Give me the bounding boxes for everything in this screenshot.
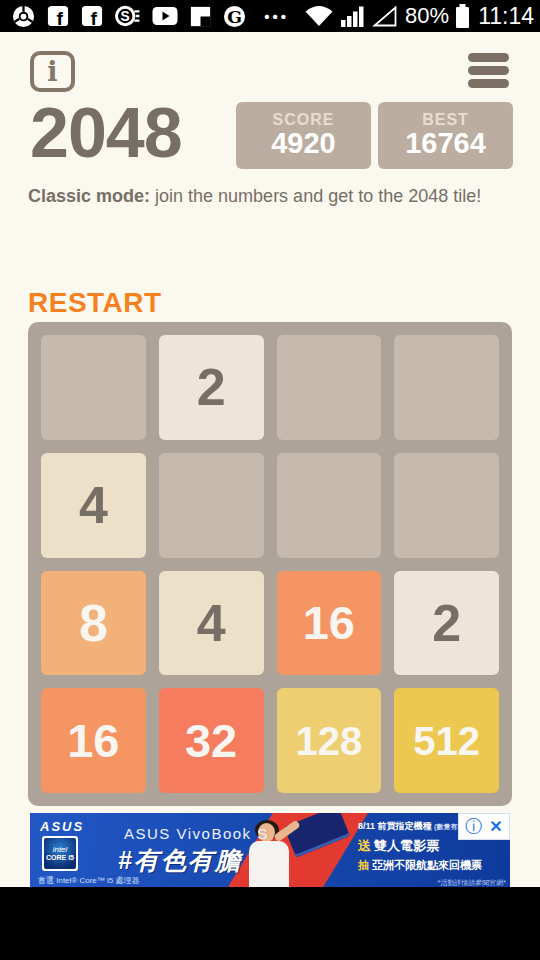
tile-512: 512 <box>394 688 499 793</box>
intel-badge-top: intel <box>53 846 68 854</box>
ad-person-image <box>249 841 289 887</box>
tile-2: 2 <box>394 571 499 676</box>
ad-promo-line3-tag: 抽 <box>358 859 369 871</box>
info-icon: i <box>47 58 57 85</box>
adchoices-info-icon[interactable]: ⓘ <box>465 818 482 835</box>
status-bar: f f S G ••• <box>0 0 540 32</box>
youtube-icon <box>152 6 178 26</box>
hamburger-icon <box>468 53 509 62</box>
hamburger-icon <box>468 66 509 75</box>
ad-promo-line3: 亞洲不限航點來回機票 <box>372 859 482 871</box>
ad-hashtag: #有色有膽 <box>118 844 242 877</box>
ad-disclaimer: *活動詳情請參閱官網* <box>358 878 506 887</box>
best-label: BEST <box>422 111 469 129</box>
intel-badge: intel CORE i5 <box>42 836 78 871</box>
android-nav-bar <box>0 887 540 960</box>
mode-name: Classic mode: <box>28 186 150 206</box>
empty-cell <box>41 335 146 440</box>
hamburger-icon <box>468 79 509 88</box>
restart-button[interactable]: RESTART <box>28 287 162 319</box>
menu-button[interactable] <box>468 53 509 88</box>
score-label: SCORE <box>273 111 335 129</box>
tile-128: 128 <box>277 688 382 793</box>
tile-4: 4 <box>159 571 264 676</box>
intel-badge-bottom: CORE i5 <box>46 854 74 861</box>
best-value: 16764 <box>405 128 486 160</box>
flipboard-icon <box>190 6 211 27</box>
tile-8: 8 <box>41 571 146 676</box>
mode-description: Classic mode: join the numbers and get t… <box>28 186 481 207</box>
clock: 11:14 <box>478 3 534 30</box>
facebook-icon: f <box>81 5 103 27</box>
empty-cell <box>394 453 499 558</box>
tile-32: 32 <box>159 688 264 793</box>
battery-percent: 80% <box>405 3 449 29</box>
ad-promo-line2-tag: 送 <box>358 838 371 853</box>
screen: f f S G ••• <box>0 0 540 960</box>
chrome-icon <box>12 5 35 28</box>
guardian-icon: G <box>223 5 246 28</box>
ad-promo-line2: 雙人電影票 <box>374 838 439 853</box>
no-signal-triangle-icon <box>372 5 398 27</box>
game-board[interactable]: 24841621632128512 <box>28 322 512 806</box>
asus-logo: ASUS <box>40 819 84 834</box>
adchoices-control[interactable]: ⓘ ✕ <box>458 813 510 840</box>
svg-text:G: G <box>227 7 242 27</box>
tile-16: 16 <box>41 688 146 793</box>
more-notifications-icon: ••• <box>264 8 289 25</box>
info-button[interactable]: i <box>30 51 75 92</box>
score-box: SCORE 4920 <box>236 102 371 169</box>
score-value: 4920 <box>271 128 336 160</box>
battery-icon <box>456 4 469 28</box>
app-title: 2048 <box>30 98 182 168</box>
svg-text:S: S <box>121 9 130 24</box>
tile-2: 2 <box>159 335 264 440</box>
facebook-icon: f <box>47 5 69 27</box>
svg-text:f: f <box>91 8 98 27</box>
wifi-icon <box>304 4 334 28</box>
notification-icons: f f S G <box>12 5 246 28</box>
tile-4: 4 <box>41 453 146 558</box>
empty-cell <box>394 335 499 440</box>
cellular-signal-icon <box>341 5 365 27</box>
empty-cell <box>277 335 382 440</box>
ad-banner[interactable]: ASUS intel CORE i5 首選 Intel® Core™ i5 處理… <box>30 813 510 887</box>
svg-text:f: f <box>57 8 64 27</box>
ad-close-icon[interactable]: ✕ <box>489 819 502 835</box>
smartnews-icon: S <box>115 5 140 27</box>
best-box: BEST 16764 <box>378 102 513 169</box>
empty-cell <box>277 453 382 558</box>
mode-text: join the numbers and get to the 2048 til… <box>150 186 481 206</box>
ad-promo-line1: 8/11 前買指定機種 <box>358 821 432 831</box>
ad-product-name: ASUS VivoBook S <box>124 825 269 842</box>
system-status-icons: ••• 80% 11:14 <box>264 3 534 30</box>
empty-cell <box>159 453 264 558</box>
tile-16: 16 <box>277 571 382 676</box>
